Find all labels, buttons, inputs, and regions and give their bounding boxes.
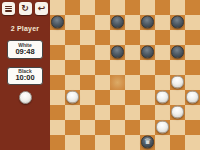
square-r5c1 (65, 75, 80, 90)
square-r2c2 (80, 30, 95, 45)
square-r9c2[interactable] (80, 135, 95, 150)
square-r4c7[interactable] (155, 60, 170, 75)
square-r9c3 (95, 135, 110, 150)
square-r2c0 (50, 30, 65, 45)
square-r4c8 (170, 60, 185, 75)
white-clock: White 09:48 (7, 40, 43, 59)
square-r9c9 (185, 135, 200, 150)
checkers-board: ♛ (50, 0, 200, 150)
square-r8c4 (110, 120, 125, 135)
square-r3c7 (155, 45, 170, 60)
white-man-piece[interactable] (171, 106, 184, 119)
undo-button[interactable]: ↩ (35, 2, 48, 15)
square-r1c6[interactable] (140, 15, 155, 30)
square-r6c5[interactable] (125, 90, 140, 105)
square-r1c9 (185, 15, 200, 30)
square-r7c7 (155, 105, 170, 120)
square-r0c7[interactable] (155, 0, 170, 15)
square-r9c5 (125, 135, 140, 150)
square-r1c7 (155, 15, 170, 30)
black-man-piece[interactable] (111, 46, 124, 59)
square-r9c6[interactable]: ♛ (140, 135, 155, 150)
square-r7c4[interactable] (110, 105, 125, 120)
white-man-piece[interactable] (66, 91, 79, 104)
square-r1c1 (65, 15, 80, 30)
square-r7c8[interactable] (170, 105, 185, 120)
square-r4c4 (110, 60, 125, 75)
menu-button[interactable] (2, 2, 15, 15)
square-r7c1 (65, 105, 80, 120)
square-r1c2[interactable] (80, 15, 95, 30)
square-r4c0 (50, 60, 65, 75)
checkers-app: ↻ ↩ 2 Player White 09:48 Black 10:00 ♛ (0, 0, 200, 150)
refresh-icon: ↻ (21, 4, 29, 13)
black-clock-time: 10:00 (8, 74, 42, 82)
black-man-piece[interactable] (171, 16, 184, 29)
square-r0c9[interactable] (185, 0, 200, 15)
square-r7c3 (95, 105, 110, 120)
square-r4c6 (140, 60, 155, 75)
square-r8c5[interactable] (125, 120, 140, 135)
square-r7c5 (125, 105, 140, 120)
square-r8c3[interactable] (95, 120, 110, 135)
square-r6c3[interactable] (95, 90, 110, 105)
square-r3c5 (125, 45, 140, 60)
square-r3c3 (95, 45, 110, 60)
square-r4c5[interactable] (125, 60, 140, 75)
black-clock: Black 10:00 (7, 67, 43, 86)
square-r0c4 (110, 0, 125, 15)
white-clock-time: 09:48 (8, 48, 42, 56)
square-r3c8[interactable] (170, 45, 185, 60)
white-man-piece[interactable] (156, 121, 169, 134)
black-man-piece[interactable] (111, 16, 124, 29)
black-man-piece[interactable] (51, 16, 64, 29)
square-r8c1[interactable] (65, 120, 80, 135)
restart-button[interactable]: ↻ (19, 2, 32, 15)
square-r8c6 (140, 120, 155, 135)
black-man-piece[interactable] (141, 16, 154, 29)
square-r3c2[interactable] (80, 45, 95, 60)
undo-icon: ↩ (38, 4, 46, 13)
square-r5c7 (155, 75, 170, 90)
square-r5c8[interactable] (170, 75, 185, 90)
square-r1c8[interactable] (170, 15, 185, 30)
square-r8c9[interactable] (185, 120, 200, 135)
square-r8c8 (170, 120, 185, 135)
square-r6c8 (170, 90, 185, 105)
square-r8c7[interactable] (155, 120, 170, 135)
square-r6c9[interactable] (185, 90, 200, 105)
square-r7c0[interactable] (50, 105, 65, 120)
white-man-piece[interactable] (156, 91, 169, 104)
square-r4c2 (80, 60, 95, 75)
square-r3c9 (185, 45, 200, 60)
square-r5c3 (95, 75, 110, 90)
white-man-piece[interactable] (186, 91, 199, 104)
square-r1c0[interactable] (50, 15, 65, 30)
square-r0c1[interactable] (65, 0, 80, 15)
square-r2c9[interactable] (185, 30, 200, 45)
square-r9c1 (65, 135, 80, 150)
square-r7c6[interactable] (140, 105, 155, 120)
square-r2c6 (140, 30, 155, 45)
square-r9c0[interactable] (50, 135, 65, 150)
toolbar: ↻ ↩ (2, 2, 48, 15)
square-r4c1[interactable] (65, 60, 80, 75)
square-r5c0[interactable] (50, 75, 65, 90)
square-r6c2 (80, 90, 95, 105)
black-man-piece[interactable] (141, 46, 154, 59)
black-man-piece[interactable] (171, 46, 184, 59)
square-r3c4[interactable] (110, 45, 125, 60)
sidebar: ↻ ↩ 2 Player White 09:48 Black 10:00 (0, 0, 50, 150)
square-r2c4 (110, 30, 125, 45)
square-r6c7[interactable] (155, 90, 170, 105)
square-r5c6[interactable] (140, 75, 155, 90)
square-r9c8[interactable] (170, 135, 185, 150)
square-r5c5 (125, 75, 140, 90)
square-r4c9[interactable] (185, 60, 200, 75)
square-r6c6 (140, 90, 155, 105)
menu-icon (5, 6, 12, 12)
square-r9c4[interactable] (110, 135, 125, 150)
square-r8c0 (50, 120, 65, 135)
square-r0c3[interactable] (95, 0, 110, 15)
square-r0c5[interactable] (125, 0, 140, 15)
square-r3c0[interactable] (50, 45, 65, 60)
square-r0c8 (170, 0, 185, 15)
black-king-piece[interactable]: ♛ (141, 136, 154, 149)
square-r5c4[interactable] (110, 75, 125, 90)
square-r2c8 (170, 30, 185, 45)
square-r4c3[interactable] (95, 60, 110, 75)
white-man-piece[interactable] (171, 76, 184, 89)
square-r2c5[interactable] (125, 30, 140, 45)
square-r3c6[interactable] (140, 45, 155, 60)
square-r0c0 (50, 0, 65, 15)
square-r2c1[interactable] (65, 30, 80, 45)
king-crown-icon: ♛ (144, 138, 151, 146)
square-r6c4 (110, 90, 125, 105)
square-r1c4[interactable] (110, 15, 125, 30)
square-r0c6 (140, 0, 155, 15)
game-mode-label: 2 Player (11, 25, 39, 32)
square-r8c2 (80, 120, 95, 135)
square-r6c1[interactable] (65, 90, 80, 105)
square-r1c3 (95, 15, 110, 30)
square-r6c0 (50, 90, 65, 105)
square-r1c5 (125, 15, 140, 30)
turn-indicator-white (19, 91, 32, 104)
square-r2c3[interactable] (95, 30, 110, 45)
square-r5c9 (185, 75, 200, 90)
square-r7c2[interactable] (80, 105, 95, 120)
square-r2c7[interactable] (155, 30, 170, 45)
square-r3c1 (65, 45, 80, 60)
square-r7c9 (185, 105, 200, 120)
square-r0c2 (80, 0, 95, 15)
square-r5c2[interactable] (80, 75, 95, 90)
square-r9c7 (155, 135, 170, 150)
